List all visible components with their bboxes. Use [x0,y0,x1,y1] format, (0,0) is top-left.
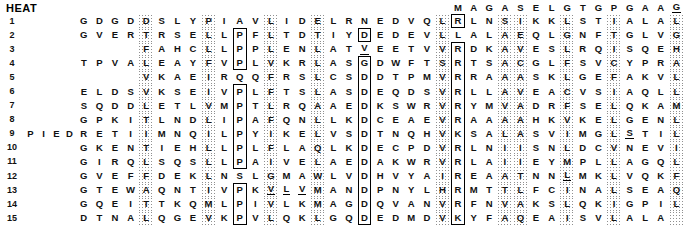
residue-r13c15: V [294,183,310,197]
residue-r14c6: T [154,197,170,211]
residue-r5c3 [107,70,123,84]
residue-r13c24: H [435,183,451,197]
residue-r15c8: E [185,211,201,225]
residue-r4c16: L [310,56,326,70]
residue-r3c12: P [248,42,264,56]
residue-r15c13: L [263,211,279,225]
residue-r6c16: L [310,84,326,98]
residue-r5c16: L [310,70,326,84]
residue-r6c33: V [575,84,591,98]
residue-r1c24: L [435,14,451,28]
residue-r7c19: D [357,98,373,112]
residue-r6c38: L [653,84,669,98]
residue-r4c9: F [201,56,217,70]
extension-residue-r9e4: D [63,126,76,140]
residue-r7c2: Q [92,98,108,112]
residue-r7c30: D [528,98,544,112]
residue-r9c24: V [435,126,451,140]
residue-r14c11: P [232,197,248,211]
residue-r5c22: P [403,70,419,84]
residue-r14c3: E [107,197,123,211]
residue-r5c2 [92,70,108,84]
residue-r8c25: R [450,112,466,126]
residue-r3c6: A [154,42,170,56]
residue-r10c2: K [92,140,108,154]
residue-r13c12: K [248,183,264,197]
residue-r7c39: M [669,98,685,112]
residue-r4c22: F [403,56,419,70]
repeat-number-15: 15 [0,211,24,225]
residue-r15c20: E [372,211,388,225]
residue-r3c25: R [450,42,466,56]
residue-r15c31: A [544,211,560,225]
residue-r10c5: T [138,140,154,154]
residue-r5c38: V [653,70,669,84]
residue-r10c28: I [497,140,513,154]
residue-r4c24: S [435,56,451,70]
residue-r8c12: A [248,112,264,126]
residue-r13c16: M [310,183,326,197]
residue-r9c27: A [481,126,497,140]
residue-r9c2: E [92,126,108,140]
residue-r8c5: T [138,112,154,126]
residue-r3c17: A [326,42,342,56]
residue-r7c23: R [419,98,435,112]
residue-r7c36: Q [622,98,638,112]
residue-r11c10: L [216,154,232,168]
residue-r5c17: C [326,70,342,84]
residue-r11c17: A [326,154,342,168]
residue-r7c7: T [170,98,186,112]
repeat-number-2: 2 [0,28,24,42]
residue-r10c37: E [637,140,653,154]
residue-r12c31: N [544,169,560,183]
residue-r1c13: L [263,14,279,28]
residue-r1c30: K [528,14,544,28]
residue-r12c3: E [107,169,123,183]
residue-r15c11: P [232,211,248,225]
residue-r4c18: S [341,56,357,70]
residue-r10c39: I [669,140,685,154]
residue-r12c5: F [138,169,154,183]
residue-r6c35: I [606,84,622,98]
residue-r9c1: R [76,126,92,140]
residue-r10c4: N [123,140,139,154]
residue-r2c29: E [513,28,529,42]
residue-r7c34: E [591,98,607,112]
residue-r14c13: V [263,197,279,211]
residue-r4c3: V [107,56,123,70]
residue-r6c23: S [419,84,435,98]
residue-r13c2: T [92,183,108,197]
residue-r6c24: V [435,84,451,98]
repeat-number-1: 1 [0,14,24,28]
alignment-grid: HEAT MAGASELGTGPGAAG1GDGDDSLYPIAVLIDELRN… [0,0,688,225]
residue-r10c33: D [575,140,591,154]
residue-r6c27: L [481,84,497,98]
residue-r13c17: A [326,183,342,197]
residue-r2c34: F [591,28,607,42]
header-residue-c29: S [513,1,529,14]
residue-r12c10: N [216,169,232,183]
residue-r1c8: Y [185,14,201,28]
residue-r12c27: A [481,169,497,183]
repeat-number-12: 12 [0,169,24,183]
residue-r8c27: A [481,112,497,126]
residue-r13c34: A [591,183,607,197]
residue-r11c31: Y [544,154,560,168]
residue-r8c16: L [310,112,326,126]
residue-r6c21: Q [388,84,404,98]
residue-r13c25: R [450,183,466,197]
residue-r9c30: S [528,126,544,140]
residue-r10c12: L [248,140,264,154]
residue-r9c28: L [497,126,513,140]
residue-r4c36: Y [622,56,638,70]
residue-r4c2: P [92,56,108,70]
residue-r8c24: V [435,112,451,126]
residue-r2c12: F [248,28,264,42]
residue-r12c23: A [419,169,435,183]
residue-r8c23: E [419,112,435,126]
residue-r5c34: E [591,70,607,84]
residue-r1c12: V [248,14,264,28]
residue-r10c35: V [606,140,622,154]
residue-r3c2 [92,42,108,56]
header-residue-c28: A [497,1,513,14]
residue-r4c19: G [357,56,373,70]
residue-r3c3 [107,42,123,56]
residue-r13c21: N [388,183,404,197]
residue-r1c25: R [450,14,466,28]
residue-r15c39 [669,211,685,225]
residue-r11c21: K [388,154,404,168]
residue-r14c5: T [138,197,154,211]
residue-r13c8: T [185,183,201,197]
residue-r4c8: Y [185,56,201,70]
alignment-figure: HEAT MAGASELGTGPGAAG1GDGDDSLYPIAVLIDELRN… [0,0,690,226]
residue-r14c4: I [123,197,139,211]
residue-r3c16: L [310,42,326,56]
residue-r12c4: F [123,169,139,183]
extension-residue-r9e1: P [24,126,37,140]
residue-r3c14: E [279,42,295,56]
residue-r3c10: L [216,42,232,56]
residue-r9c13: I [263,126,279,140]
residue-r10c22: P [403,140,419,154]
residue-r13c3: E [107,183,123,197]
residue-r11c37: G [637,154,653,168]
residue-r7c15: Q [294,98,310,112]
residue-r4c6: E [154,56,170,70]
residue-r14c38: I [653,197,669,211]
residue-r6c25: R [450,84,466,98]
residue-r11c14: V [279,154,295,168]
residue-r8c9: L [201,112,217,126]
residue-r1c35: I [606,14,622,28]
residue-r5c14: R [279,70,295,84]
residue-r2c8: E [185,28,201,42]
residue-r10c26: L [466,140,482,154]
residue-r10c7: E [170,140,186,154]
residue-r5c8: E [185,70,201,84]
residue-r15c12: V [248,211,264,225]
residue-r7c22: W [403,98,419,112]
residue-r9c31: V [544,126,560,140]
residue-r3c13: L [263,42,279,56]
residue-r4c1: T [76,56,92,70]
residue-r5c29: A [513,70,529,84]
residue-r4c15: R [294,56,310,70]
residue-r12c38: K [653,169,669,183]
residue-r5c25: R [450,70,466,84]
residue-r11c8: S [185,154,201,168]
residue-r14c25: R [450,197,466,211]
residue-r3c5: F [138,42,154,56]
residue-r14c22: A [403,197,419,211]
residue-r5c5: V [138,70,154,84]
residue-r3c4 [123,42,139,56]
residue-r5c32: L [559,70,575,84]
residue-r10c13: F [263,140,279,154]
residue-r8c4: I [123,112,139,126]
residue-r3c36: S [622,42,638,56]
residue-r11c29: I [513,154,529,168]
residue-r2c24: L [435,28,451,42]
residue-r2c20: E [372,28,388,42]
residue-r10c17: L [326,140,342,154]
residue-r4c28: A [497,56,513,70]
residue-r11c5: L [138,154,154,168]
residue-r12c33: M [575,169,591,183]
residue-r13c31: C [544,183,560,197]
residue-r8c20: C [372,112,388,126]
residue-r6c1: E [76,84,92,98]
residue-r1c2: D [92,14,108,28]
residue-r3c31: S [544,42,560,56]
residue-r15c7: G [170,211,186,225]
residue-r11c6: S [154,154,170,168]
residue-r9c12: Y [248,126,264,140]
residue-r5c19: D [357,70,373,84]
repeat-number-5: 5 [0,70,24,84]
residue-r8c30: H [528,112,544,126]
residue-r6c5: V [138,84,154,98]
residue-r8c1: G [76,112,92,126]
residue-r1c4: D [123,14,139,28]
residue-r11c36: A [622,154,638,168]
residue-r15c21: D [388,211,404,225]
residue-r11c9: L [201,154,217,168]
residue-r14c17: A [326,197,342,211]
residue-r6c14: T [279,84,295,98]
residue-r2c32: G [559,28,575,42]
residue-r14c9: M [201,197,217,211]
residue-r15c9: V [201,211,217,225]
residue-r8c35: L [606,112,622,126]
residue-r8c29: A [513,112,529,126]
residue-r15c34: V [591,211,607,225]
residue-r5c33: G [575,70,591,84]
residue-r4c26: T [466,56,482,70]
residue-r10c31: N [544,140,560,154]
residue-r15c14: Q [279,211,295,225]
residue-r14c19: D [357,197,373,211]
residue-r3c33: R [575,42,591,56]
residue-r15c1: D [76,211,92,225]
residue-r11c16: L [310,154,326,168]
residue-r13c39: Q [669,183,685,197]
residue-r10c3: E [107,140,123,154]
residue-r6c31: A [544,84,560,98]
residue-r14c8: Q [185,197,201,211]
residue-r1c17: L [326,14,342,28]
residue-r12c6: D [154,169,170,183]
header-residue-c33: T [575,1,591,14]
residue-r14c18: G [341,197,357,211]
repeat-number-11: 11 [0,154,24,168]
residue-r5c26: R [466,70,482,84]
residue-r1c39: L [669,14,685,28]
residue-r7c1: S [76,98,92,112]
residue-r1c20: E [372,14,388,28]
residue-r10c29: I [513,140,529,154]
residue-r3c29: V [513,42,529,56]
residue-r7c17: A [326,98,342,112]
residue-r10c15: A [294,140,310,154]
residue-r6c26: L [466,84,482,98]
residue-r5c15: S [294,70,310,84]
residue-r12c16: W [310,169,326,183]
residue-r11c20: A [372,154,388,168]
residue-r8c38: N [653,112,669,126]
residue-r14c14: L [279,197,295,211]
residue-r3c30: E [528,42,544,56]
residue-r11c33: P [575,154,591,168]
residue-r11c26: L [466,154,482,168]
residue-r1c23: Q [419,14,435,28]
residue-r13c26: M [466,183,482,197]
residue-r7c38: A [653,98,669,112]
repeat-number-14: 14 [0,197,24,211]
header-residue-c37: A [637,1,653,14]
header-residue-c27: G [481,1,497,14]
residue-r11c12: A [248,154,264,168]
residue-r13c9: I [201,183,217,197]
residue-r9c19: D [357,126,373,140]
residue-r9c37: T [637,126,653,140]
residue-r15c19: D [357,211,373,225]
residue-r5c24: V [435,70,451,84]
residue-r4c29: C [513,56,529,70]
header-residue-c35: P [606,1,622,14]
residue-r5c23: M [419,70,435,84]
residue-r9c32: I [559,126,575,140]
residue-r13c38: A [653,183,669,197]
residue-r5c30: S [528,70,544,84]
residue-r4c12: L [248,56,264,70]
underlined-residue: L [563,170,571,182]
residue-r13c30: F [528,183,544,197]
residue-r12c39: F [669,169,685,183]
residue-r3c19: V [357,42,373,56]
residue-r12c29: T [513,169,529,183]
residue-r10c11: P [232,140,248,154]
residue-r10c32: L [559,140,575,154]
residue-r5c11: Q [232,70,248,84]
residue-r14c36: G [622,197,638,211]
residue-r9c29: A [513,126,529,140]
residue-r11c30: E [528,154,544,168]
residue-r1c36: A [622,14,638,28]
residue-r6c34: S [591,84,607,98]
residue-r7c33: S [575,98,591,112]
residue-r7c14: R [279,98,295,112]
residue-r5c27: A [481,70,497,84]
residue-r1c10: I [216,14,232,28]
residue-r6c7: S [170,84,186,98]
residue-r15c33: S [575,211,591,225]
residue-r12c24: I [435,169,451,183]
residue-r14c29: A [513,197,529,211]
residue-r1c3: G [107,14,123,28]
residue-r9c3: T [107,126,123,140]
residue-r2c22: E [403,28,419,42]
residue-r13c36: S [622,183,638,197]
residue-r1c15: D [294,14,310,28]
residue-r13c10: V [216,183,232,197]
residue-r7c13: L [263,98,279,112]
residue-r10c16: Q [310,140,326,154]
residue-r6c18: S [341,84,357,98]
residue-r14c30: K [528,197,544,211]
residue-r8c10: I [216,112,232,126]
residue-r13c28: T [497,183,513,197]
residue-r8c17: L [326,112,342,126]
residue-r4c34: V [591,56,607,70]
residue-r11c11: P [232,154,248,168]
residue-r14c37: P [637,197,653,211]
residue-r12c22: Y [403,169,419,183]
residue-r3c22: T [403,42,419,56]
residue-r9c6: M [154,126,170,140]
residue-r14c7: K [170,197,186,211]
underlined-residue: S [625,128,633,140]
residue-r13c33: N [575,183,591,197]
residue-r14c2: Q [92,197,108,211]
residue-r4c20: D [372,56,388,70]
residue-r6c37: Q [637,84,653,98]
residue-r10c30: S [528,140,544,154]
residue-r11c39: L [669,154,685,168]
residue-r12c17: L [326,169,342,183]
residue-r11c35: L [606,154,622,168]
residue-r7c28: V [497,98,513,112]
residue-r15c3: N [107,211,123,225]
header-residue-c26: A [466,1,482,14]
residue-r6c10: V [216,84,232,98]
residue-r9c15: E [294,126,310,140]
residue-r1c21: D [388,14,404,28]
residue-r3c9: L [201,42,217,56]
residue-r8c32: V [559,112,575,126]
residue-r15c36: A [622,211,638,225]
residue-r9c18: S [341,126,357,140]
header-residue-c25: M [450,1,466,14]
residue-r2c23: V [419,28,435,42]
residue-r9c38: I [653,126,669,140]
residue-r2c38: V [653,28,669,42]
